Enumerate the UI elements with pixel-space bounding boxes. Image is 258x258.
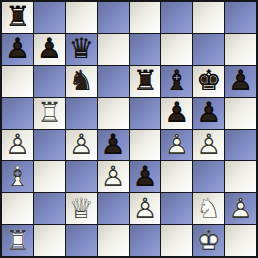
square-c3[interactable] (66, 161, 97, 192)
square-h5[interactable] (225, 98, 256, 129)
white-king-icon: ♚♔ (195, 227, 223, 255)
square-d5[interactable] (98, 98, 129, 129)
square-e4[interactable] (130, 130, 161, 161)
square-h1[interactable] (225, 225, 256, 256)
square-h4[interactable] (225, 130, 256, 161)
square-a4[interactable]: ♟♙ (2, 130, 33, 161)
square-b3[interactable] (34, 161, 65, 192)
white-rook-icon: ♜♖ (3, 227, 31, 255)
square-a5[interactable] (2, 98, 33, 129)
square-f3[interactable] (161, 161, 192, 192)
white-pawn-icon: ♟♙ (67, 131, 95, 159)
white-pawn-icon: ♟♙ (227, 195, 255, 223)
white-pawn-icon: ♟♙ (131, 195, 159, 223)
square-a2[interactable] (2, 193, 33, 224)
square-g7[interactable] (193, 34, 224, 65)
square-b4[interactable] (34, 130, 65, 161)
square-b6[interactable] (34, 66, 65, 97)
square-f1[interactable] (161, 225, 192, 256)
black-pawn-icon: ♟♙ (35, 35, 63, 63)
square-d6[interactable] (98, 66, 129, 97)
square-c8[interactable] (66, 2, 97, 33)
square-d8[interactable] (98, 2, 129, 33)
square-g5[interactable]: ♟♙ (193, 98, 224, 129)
square-h7[interactable] (225, 34, 256, 65)
square-c4[interactable]: ♟♙ (66, 130, 97, 161)
square-b2[interactable] (34, 193, 65, 224)
square-h6[interactable]: ♟♙ (225, 66, 256, 97)
square-c2[interactable]: ♛♕ (66, 193, 97, 224)
square-a1[interactable]: ♜♖ (2, 225, 33, 256)
black-queen-icon: ♛♕ (67, 35, 95, 63)
black-pawn-icon: ♟♙ (163, 99, 191, 127)
square-e8[interactable] (130, 2, 161, 33)
square-b7[interactable]: ♟♙ (34, 34, 65, 65)
black-rook-icon: ♜♖ (3, 3, 31, 31)
square-d3[interactable]: ♟♙ (98, 161, 129, 192)
square-h2[interactable]: ♟♙ (225, 193, 256, 224)
square-e1[interactable] (130, 225, 161, 256)
black-pawn-icon: ♟♙ (3, 35, 31, 63)
square-g6[interactable]: ♚♔ (193, 66, 224, 97)
square-f8[interactable] (161, 2, 192, 33)
square-g1[interactable]: ♚♔ (193, 225, 224, 256)
square-g8[interactable] (193, 2, 224, 33)
white-knight-icon: ♞♘ (195, 195, 223, 223)
square-f6[interactable]: ♝♗ (161, 66, 192, 97)
square-f5[interactable]: ♟♙ (161, 98, 192, 129)
square-a6[interactable] (2, 66, 33, 97)
square-d2[interactable] (98, 193, 129, 224)
black-rook-icon: ♜♖ (131, 67, 159, 95)
square-a3[interactable]: ♝♗ (2, 161, 33, 192)
square-f4[interactable]: ♟♙ (161, 130, 192, 161)
square-h8[interactable] (225, 2, 256, 33)
square-c1[interactable] (66, 225, 97, 256)
square-g4[interactable]: ♟♙ (193, 130, 224, 161)
white-pawn-icon: ♟♙ (195, 131, 223, 159)
square-e3[interactable]: ♟♙ (130, 161, 161, 192)
black-king-icon: ♚♔ (195, 67, 223, 95)
square-d7[interactable] (98, 34, 129, 65)
square-d1[interactable] (98, 225, 129, 256)
square-b1[interactable] (34, 225, 65, 256)
square-g3[interactable] (193, 161, 224, 192)
square-c5[interactable] (66, 98, 97, 129)
square-e5[interactable] (130, 98, 161, 129)
square-e7[interactable] (130, 34, 161, 65)
square-e2[interactable]: ♟♙ (130, 193, 161, 224)
square-b5[interactable]: ♜♖ (34, 98, 65, 129)
white-pawn-icon: ♟♙ (99, 163, 127, 191)
black-pawn-icon: ♟♙ (99, 131, 127, 159)
square-b8[interactable] (34, 2, 65, 33)
square-c7[interactable]: ♛♕ (66, 34, 97, 65)
square-f7[interactable] (161, 34, 192, 65)
square-f2[interactable] (161, 193, 192, 224)
white-pawn-icon: ♟♙ (163, 131, 191, 159)
square-g2[interactable]: ♞♘ (193, 193, 224, 224)
black-pawn-icon: ♟♙ (131, 163, 159, 191)
black-pawn-icon: ♟♙ (195, 99, 223, 127)
square-d4[interactable]: ♟♙ (98, 130, 129, 161)
square-c6[interactable]: ♞♘ (66, 66, 97, 97)
chess-board: ♜♖♟♙♟♙♛♕♞♘♜♖♝♗♚♔♟♙♜♖♟♙♟♙♟♙♟♙♟♙♟♙♟♙♝♗♟♙♟♙… (0, 0, 258, 258)
square-h3[interactable] (225, 161, 256, 192)
white-bishop-icon: ♝♗ (3, 163, 31, 191)
black-knight-icon: ♞♘ (67, 67, 95, 95)
white-queen-icon: ♛♕ (67, 195, 95, 223)
square-a7[interactable]: ♟♙ (2, 34, 33, 65)
square-e6[interactable]: ♜♖ (130, 66, 161, 97)
white-rook-icon: ♜♖ (35, 99, 63, 127)
white-pawn-icon: ♟♙ (3, 131, 31, 159)
square-a8[interactable]: ♜♖ (2, 2, 33, 33)
black-bishop-icon: ♝♗ (163, 67, 191, 95)
black-pawn-icon: ♟♙ (227, 67, 255, 95)
